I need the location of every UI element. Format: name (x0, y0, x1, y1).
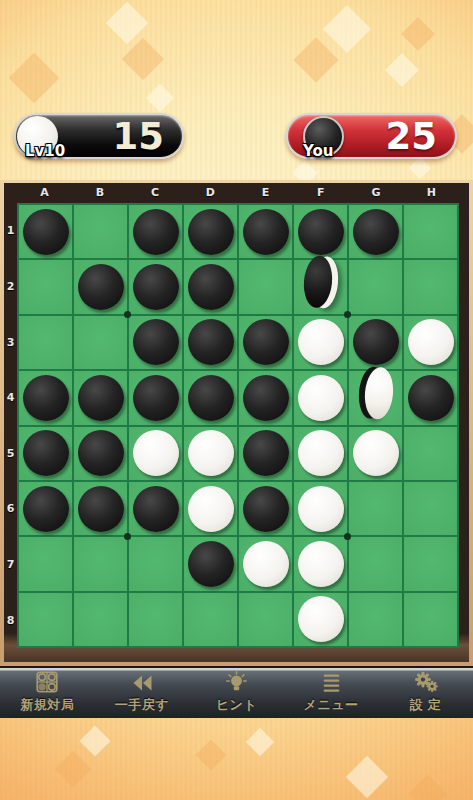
col-label-F: F (293, 183, 348, 203)
cell-B1[interactable] (74, 205, 127, 258)
cell-D1[interactable] (184, 205, 237, 258)
cell-D8[interactable] (184, 593, 237, 646)
cell-G4[interactable] (349, 371, 402, 424)
cell-D6[interactable] (184, 482, 237, 535)
row-label-1: 1 (4, 203, 17, 259)
cell-F4[interactable] (294, 371, 347, 424)
cell-F2[interactable] (294, 260, 347, 313)
cell-A6[interactable] (19, 482, 72, 535)
white-piece (188, 430, 234, 476)
white-piece (298, 596, 344, 642)
black-piece (188, 264, 234, 310)
black-piece (353, 319, 399, 365)
cell-E7[interactable] (239, 537, 292, 590)
othello-grid-icon (34, 668, 60, 695)
cell-A1[interactable] (19, 205, 72, 258)
column-labels: ABCDEFGH (17, 183, 459, 203)
cell-A2[interactable] (19, 260, 72, 313)
cell-F3[interactable] (294, 316, 347, 369)
star-point (344, 311, 351, 318)
black-piece (78, 486, 124, 532)
black-piece (243, 430, 289, 476)
black-piece (243, 319, 289, 365)
othello-board: ABCDEFGH 12345678 (4, 183, 469, 662)
black-piece (23, 486, 69, 532)
cell-A5[interactable] (19, 427, 72, 480)
cell-G8[interactable] (349, 593, 402, 646)
cell-G3[interactable] (349, 316, 402, 369)
cell-C8[interactable] (129, 593, 182, 646)
cell-G1[interactable] (349, 205, 402, 258)
opponent-score-panel: Lv10 15 (14, 113, 184, 159)
black-piece (408, 375, 454, 421)
white-piece (298, 319, 344, 365)
black-piece (243, 486, 289, 532)
cell-A4[interactable] (19, 371, 72, 424)
cell-E2[interactable] (239, 260, 292, 313)
menu-button[interactable]: メニュー (284, 666, 379, 718)
cell-B5[interactable] (74, 427, 127, 480)
black-piece (133, 319, 179, 365)
cell-H1[interactable] (404, 205, 457, 258)
player-name-label: You (303, 142, 333, 160)
cell-B8[interactable] (74, 593, 127, 646)
cell-F8[interactable] (294, 593, 347, 646)
col-label-B: B (72, 183, 127, 203)
row-label-3: 3 (4, 314, 17, 370)
cell-C1[interactable] (129, 205, 182, 258)
row-labels: 12345678 (4, 203, 17, 648)
player-score-panel: You 25 (286, 113, 457, 159)
white-piece (188, 486, 234, 532)
new-game-label: 新規対局 (20, 696, 74, 714)
row-label-5: 5 (4, 426, 17, 482)
black-piece (78, 375, 124, 421)
col-label-H: H (404, 183, 459, 203)
white-piece (133, 430, 179, 476)
star-point (124, 311, 131, 318)
black-piece (23, 209, 69, 255)
col-label-A: A (17, 183, 72, 203)
black-piece (188, 209, 234, 255)
cell-E1[interactable] (239, 205, 292, 258)
cell-D4[interactable] (184, 371, 237, 424)
cell-D3[interactable] (184, 316, 237, 369)
cell-E5[interactable] (239, 427, 292, 480)
cell-C6[interactable] (129, 482, 182, 535)
cell-C3[interactable] (129, 316, 182, 369)
cell-H4[interactable] (404, 371, 457, 424)
black-piece (133, 375, 179, 421)
cell-C7[interactable] (129, 537, 182, 590)
black-piece (133, 209, 179, 255)
cell-H3[interactable] (404, 316, 457, 369)
hint-button[interactable]: ヒント (189, 666, 284, 718)
cell-A3[interactable] (19, 316, 72, 369)
col-label-E: E (238, 183, 293, 203)
black-piece (188, 375, 234, 421)
cell-H6[interactable] (404, 482, 457, 535)
black-piece (23, 430, 69, 476)
col-label-D: D (183, 183, 238, 203)
cell-B4[interactable] (74, 371, 127, 424)
settings-label: 設 定 (410, 696, 441, 714)
cell-B3[interactable] (74, 316, 127, 369)
cell-B7[interactable] (74, 537, 127, 590)
opponent-name-label: Lv10 (25, 142, 65, 160)
settings-button[interactable]: 設 定 (378, 666, 473, 718)
star-point (344, 533, 351, 540)
white-piece (243, 541, 289, 587)
board-outer-bevel: ABCDEFGH 12345678 (0, 180, 473, 666)
cell-H5[interactable] (404, 427, 457, 480)
white-piece (353, 430, 399, 476)
cell-F5[interactable] (294, 427, 347, 480)
hint-label: ヒント (216, 696, 257, 714)
black-piece (243, 375, 289, 421)
cell-C5[interactable] (129, 427, 182, 480)
toolbar: 新規対局 一手戻す (0, 666, 473, 718)
cell-A7[interactable] (19, 537, 72, 590)
black-piece (298, 209, 344, 255)
black-piece (133, 264, 179, 310)
black-piece (353, 209, 399, 255)
undo-button[interactable]: 一手戻す (95, 666, 190, 718)
cell-F6[interactable] (294, 482, 347, 535)
black-piece (133, 486, 179, 532)
rewind-icon (129, 668, 155, 695)
cell-C2[interactable] (129, 260, 182, 313)
cell-E3[interactable] (239, 316, 292, 369)
row-label-7: 7 (4, 537, 17, 593)
star-point (124, 533, 131, 540)
player-score-value: 25 (386, 118, 438, 155)
cell-G2[interactable] (349, 260, 402, 313)
app-screen: Lv10 15 You 25 ABCDEFGH 12345678 (0, 0, 473, 800)
new-game-button[interactable]: 新規対局 (0, 666, 95, 718)
black-piece (188, 319, 234, 365)
white-piece (298, 486, 344, 532)
black-piece (243, 209, 289, 255)
cell-G6[interactable] (349, 482, 402, 535)
black-piece (23, 375, 69, 421)
cell-A8[interactable] (19, 593, 72, 646)
black-piece (78, 264, 124, 310)
white-piece (408, 319, 454, 365)
cell-B6[interactable] (74, 482, 127, 535)
row-label-4: 4 (4, 370, 17, 426)
gears-icon (412, 668, 440, 695)
black-piece (188, 541, 234, 587)
cell-H2[interactable] (404, 260, 457, 313)
row-label-8: 8 (4, 592, 17, 648)
cell-D2[interactable] (184, 260, 237, 313)
row-label-2: 2 (4, 259, 17, 315)
black-piece (78, 430, 124, 476)
opponent-score-value: 15 (113, 118, 165, 155)
cell-C4[interactable] (129, 371, 182, 424)
cell-E6[interactable] (239, 482, 292, 535)
white-piece (298, 541, 344, 587)
white-piece (298, 430, 344, 476)
cell-F1[interactable] (294, 205, 347, 258)
menu-label: メニュー (304, 696, 359, 714)
col-label-G: G (349, 183, 404, 203)
cell-G7[interactable] (349, 537, 402, 590)
cell-H8[interactable] (404, 593, 457, 646)
cell-H7[interactable] (404, 537, 457, 590)
cell-G5[interactable] (349, 427, 402, 480)
flipping-piece-white (356, 365, 394, 420)
col-label-C: C (128, 183, 183, 203)
cell-D7[interactable] (184, 537, 237, 590)
board-grid (17, 203, 459, 648)
lightbulb-icon (224, 668, 249, 695)
cell-E4[interactable] (239, 371, 292, 424)
cell-B2[interactable] (74, 260, 127, 313)
flipping-piece-black (301, 255, 339, 310)
white-piece (298, 375, 344, 421)
cell-E8[interactable] (239, 593, 292, 646)
undo-label: 一手戻す (115, 696, 169, 714)
cell-F7[interactable] (294, 537, 347, 590)
menu-lines-icon (319, 668, 344, 695)
row-label-6: 6 (4, 481, 17, 537)
cell-D5[interactable] (184, 427, 237, 480)
